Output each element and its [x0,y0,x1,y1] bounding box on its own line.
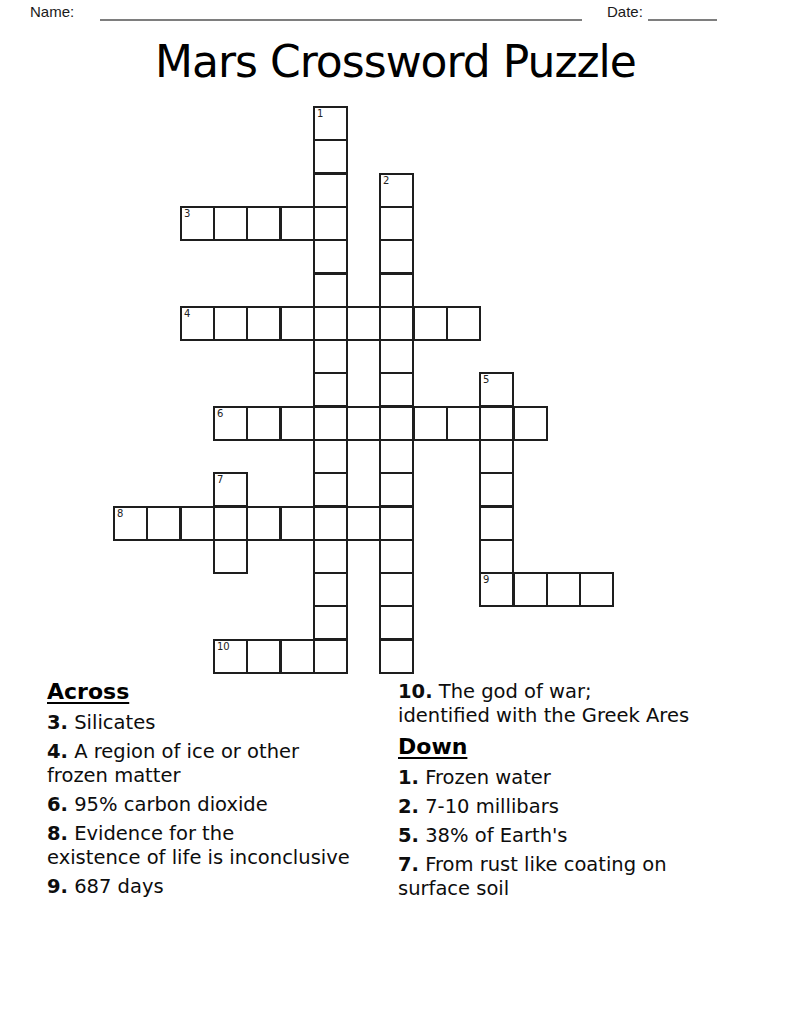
crossword-cell[interactable]: 5 [479,372,514,407]
clue-item-number: 2. [398,795,419,818]
crossword-cell[interactable] [313,339,348,374]
crossword-cell[interactable] [513,572,548,607]
crossword-cell[interactable]: 2 [379,173,414,208]
clue-item-number: 7. [398,853,419,876]
crossword-cell[interactable] [246,406,281,441]
crossword-cell[interactable] [146,506,181,541]
crossword-cell[interactable] [313,506,348,541]
crossword-cell[interactable] [379,273,414,308]
crossword-cell[interactable] [246,639,281,674]
clue-item: 7. From rust like coating onsurface soil [398,853,746,901]
crossword-cell[interactable] [313,439,348,474]
crossword-cell[interactable] [479,439,514,474]
clue-item: 8. Evidence for theexistence of life is … [47,822,401,870]
crossword-cell[interactable]: 3 [180,206,215,241]
clue-item-number: 1. [398,766,419,789]
clue-item: 3. Silicates [47,711,401,735]
clue-item: 9. 687 days [47,875,401,899]
clue-item-number: 10. [398,680,433,703]
crossword-cell[interactable] [513,406,548,441]
crossword-cell[interactable] [313,372,348,407]
crossword-cell[interactable] [379,506,414,541]
clue-number: 9 [483,574,489,585]
crossword-cell[interactable] [379,339,414,374]
crossword-cell[interactable] [313,472,348,507]
clue-number: 7 [217,474,223,485]
page: { "game": "crossword", "title": "Mars Cr… [0,0,791,1024]
crossword-cell[interactable] [479,506,514,541]
clues-column-left: Across 3. Silicates4. A region of ice or… [47,680,401,904]
down-heading: Down [398,735,746,759]
crossword-cell[interactable] [246,506,281,541]
crossword-cell[interactable] [379,605,414,640]
crossword-cell[interactable] [379,372,414,407]
crossword-cell[interactable] [313,639,348,674]
clue-item-number: 4. [47,740,68,763]
crossword-cell[interactable] [213,306,248,341]
crossword-cell[interactable] [246,206,281,241]
crossword-cell[interactable] [313,173,348,208]
across-clues-continued: 10. The god of war;identified with the G… [398,680,746,728]
name-label: Name: [30,3,74,20]
crossword-cell[interactable] [446,306,481,341]
crossword-cell[interactable] [213,506,248,541]
clue-item: 2. 7-10 millibars [398,795,746,819]
crossword-cell[interactable] [346,306,381,341]
crossword-cell[interactable] [379,472,414,507]
crossword-cell[interactable] [479,539,514,574]
clue-number: 4 [184,308,190,319]
crossword-cell[interactable] [379,539,414,574]
crossword-cell[interactable] [379,572,414,607]
crossword-cell[interactable] [379,639,414,674]
clue-number: 10 [217,641,230,652]
crossword-cell[interactable]: 7 [213,472,248,507]
crossword-cell[interactable] [479,472,514,507]
clue-item: 1. Frozen water [398,766,746,790]
crossword-cell[interactable]: 10 [213,639,248,674]
name-input-line[interactable] [100,0,582,21]
across-heading: Across [47,680,401,704]
clue-number: 1 [317,108,323,119]
crossword-cell[interactable] [413,406,448,441]
crossword-cell[interactable] [579,572,614,607]
clue-item-number: 8. [47,822,68,845]
crossword-cell[interactable] [313,406,348,441]
crossword-cell[interactable] [280,406,315,441]
clue-item: 5. 38% of Earth's [398,824,746,848]
clue-item-number: 6. [47,793,68,816]
crossword-cell[interactable] [413,306,448,341]
clue-item: 6. 95% carbon dioxide [47,793,401,817]
clue-item: 4. A region of ice or otherfrozen matter [47,740,401,788]
date-label: Date: [607,3,643,20]
crossword-cell[interactable] [280,639,315,674]
crossword-cell[interactable] [313,605,348,640]
crossword-cell[interactable] [280,306,315,341]
clues-column-right: 10. The god of war;identified with the G… [398,680,746,906]
clue-item-number: 3. [47,711,68,734]
crossword-cell[interactable] [379,239,414,274]
crossword-cell[interactable] [313,239,348,274]
crossword-cell[interactable] [313,139,348,174]
crossword-cell[interactable] [280,206,315,241]
crossword-cell[interactable] [379,206,414,241]
crossword-cell[interactable] [280,506,315,541]
clue-number: 8 [117,508,123,519]
crossword-cell[interactable] [313,572,348,607]
crossword-cell[interactable] [313,306,348,341]
clue-number: 3 [184,208,190,219]
crossword-grid: 12345678910 [113,106,613,673]
page-title: Mars Crossword Puzzle [0,36,791,87]
crossword-cell[interactable] [346,506,381,541]
crossword-cell[interactable] [446,406,481,441]
crossword-cell[interactable] [213,206,248,241]
crossword-cell[interactable]: 8 [113,506,148,541]
crossword-cell[interactable] [379,406,414,441]
crossword-cell[interactable] [180,506,215,541]
clue-number: 6 [217,408,223,419]
crossword-cell[interactable]: 4 [180,306,215,341]
crossword-cell[interactable] [246,306,281,341]
crossword-cell[interactable] [379,306,414,341]
clue-item-number: 9. [47,875,68,898]
crossword-cell[interactable]: 1 [313,106,348,141]
clue-item-number: 5. [398,824,419,847]
crossword-cell[interactable]: 6 [213,406,248,441]
crossword-cell[interactable] [346,406,381,441]
crossword-cell[interactable] [546,572,581,607]
crossword-cell[interactable] [213,539,248,574]
crossword-cell[interactable]: 9 [479,572,514,607]
crossword-cell[interactable] [313,539,348,574]
date-input-line[interactable] [648,0,717,21]
crossword-cell[interactable] [479,406,514,441]
clue-item: 10. The god of war;identified with the G… [398,680,746,728]
crossword-cell[interactable] [313,273,348,308]
across-clues: 3. Silicates4. A region of ice or otherf… [47,711,401,899]
clue-number: 2 [383,175,389,186]
crossword-cell[interactable] [379,439,414,474]
crossword-cell[interactable] [313,206,348,241]
down-clues: 1. Frozen water2. 7-10 millibars5. 38% o… [398,766,746,901]
clue-number: 5 [483,374,489,385]
